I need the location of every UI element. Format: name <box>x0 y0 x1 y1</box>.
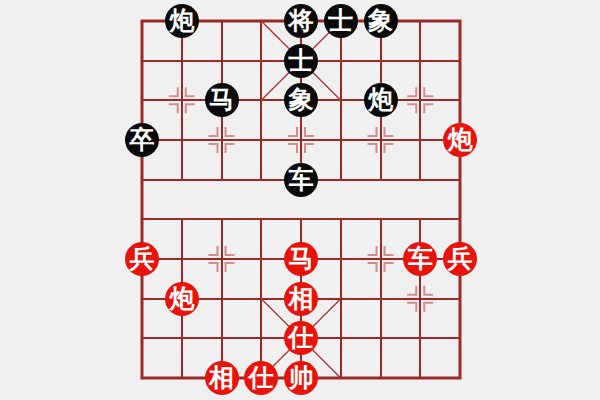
black-soldier-piece[interactable]: 卒 <box>125 123 159 157</box>
black-advisor-piece[interactable]: 士 <box>284 44 318 78</box>
red-soldier-piece[interactable]: 兵 <box>443 242 477 276</box>
red-elephant-piece[interactable]: 相 <box>205 361 239 395</box>
black-cannon-piece[interactable]: 炮 <box>165 4 199 38</box>
black-elephant-piece[interactable]: 象 <box>364 4 398 38</box>
black-horse-piece[interactable]: 马 <box>205 83 239 117</box>
red-soldier-piece[interactable]: 兵 <box>125 242 159 276</box>
red-cannon-piece[interactable]: 炮 <box>443 123 477 157</box>
black-cannon-piece[interactable]: 炮 <box>364 83 398 117</box>
black-elephant-piece[interactable]: 象 <box>284 83 318 117</box>
xiangqi-app: 炮将士象士马象炮卒炮车兵马车兵炮相仕相仕帅 <box>0 0 600 400</box>
red-elephant-piece[interactable]: 相 <box>284 282 318 316</box>
black-advisor-piece[interactable]: 士 <box>324 4 358 38</box>
black-chariot-piece[interactable]: 车 <box>284 163 318 197</box>
red-advisor-piece[interactable]: 仕 <box>244 361 278 395</box>
red-general-piece[interactable]: 帅 <box>284 361 318 395</box>
red-cannon-piece[interactable]: 炮 <box>165 282 199 316</box>
black-general-piece[interactable]: 将 <box>284 4 318 38</box>
red-horse-piece[interactable]: 马 <box>284 242 318 276</box>
red-chariot-piece[interactable]: 车 <box>403 242 437 276</box>
red-advisor-piece[interactable]: 仕 <box>284 321 318 355</box>
